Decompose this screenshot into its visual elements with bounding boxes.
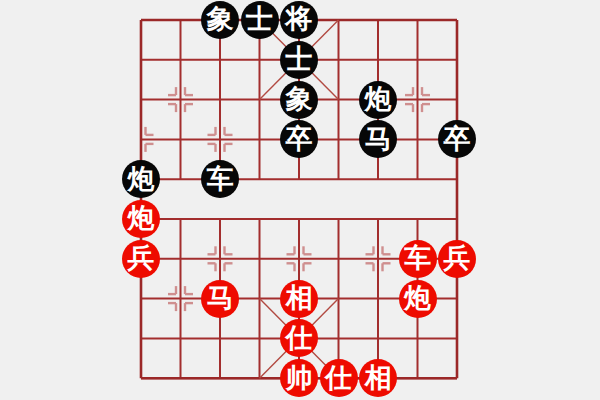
piece-red-soldier[interactable]: 兵 [122,240,160,278]
piece-black-elephant[interactable]: 象 [201,1,239,39]
piece-red-elephant[interactable]: 相 [280,280,318,318]
xiangqi-board[interactable]: 象士将士象炮卒马卒炮车炮兵车兵马相炮仕帅仕相 [121,0,477,398]
piece-red-horse[interactable]: 马 [201,280,239,318]
piece-black-soldier[interactable]: 卒 [438,120,476,158]
piece-black-elephant[interactable]: 象 [280,81,318,119]
piece-black-advisor[interactable]: 士 [241,1,279,39]
piece-red-chariot[interactable]: 车 [399,240,437,278]
piece-red-cannon[interactable]: 炮 [399,280,437,318]
xiangqi-screen: 象士将士象炮卒马卒炮车炮兵车兵马相炮仕帅仕相 [0,0,600,400]
piece-red-cannon[interactable]: 炮 [122,200,160,238]
piece-black-cannon[interactable]: 炮 [359,81,397,119]
piece-red-elephant[interactable]: 相 [359,359,397,397]
piece-black-general[interactable]: 将 [280,1,318,39]
piece-black-advisor[interactable]: 士 [280,41,318,79]
piece-red-advisor[interactable]: 仕 [320,359,358,397]
piece-black-horse[interactable]: 马 [359,120,397,158]
piece-red-soldier[interactable]: 兵 [438,240,476,278]
piece-black-chariot[interactable]: 车 [201,160,239,198]
piece-black-cannon[interactable]: 炮 [122,160,160,198]
piece-black-soldier[interactable]: 卒 [280,120,318,158]
piece-red-advisor[interactable]: 仕 [280,319,318,357]
piece-red-general[interactable]: 帅 [280,359,318,397]
